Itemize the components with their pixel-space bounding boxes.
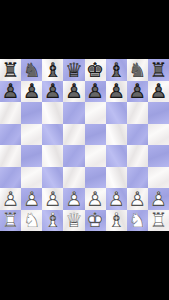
- square-a1[interactable]: ♜♖: [0, 210, 21, 232]
- square-e3[interactable]: [85, 167, 106, 189]
- black-pawn-outline-icon: ♙: [148, 81, 169, 103]
- square-e4[interactable]: [85, 145, 106, 167]
- white-knight[interactable]: ♞♘: [127, 210, 148, 232]
- black-bishop-outline-icon: ♗: [106, 59, 127, 81]
- square-e2[interactable]: ♟♙: [85, 188, 106, 210]
- white-pawn-outline-icon: ♙: [42, 188, 63, 210]
- black-pawn[interactable]: ♟♙: [42, 81, 63, 103]
- square-e6[interactable]: [85, 102, 106, 124]
- square-g5[interactable]: [127, 124, 148, 146]
- square-g4[interactable]: [127, 145, 148, 167]
- square-d4[interactable]: [63, 145, 84, 167]
- black-pawn-outline-icon: ♙: [106, 81, 127, 103]
- black-pawn[interactable]: ♟♙: [85, 81, 106, 103]
- black-pawn-outline-icon: ♙: [127, 81, 148, 103]
- white-king-outline-icon: ♔: [85, 210, 106, 232]
- square-g7[interactable]: ♟♙: [127, 81, 148, 103]
- square-f7[interactable]: ♟♙: [106, 81, 127, 103]
- square-b5[interactable]: [21, 124, 42, 146]
- square-a4[interactable]: [0, 145, 21, 167]
- black-pawn-outline-icon: ♙: [21, 81, 42, 103]
- black-queen[interactable]: ♛♕: [63, 59, 84, 81]
- white-pawn-outline-icon: ♙: [21, 188, 42, 210]
- square-f1[interactable]: ♝♗: [106, 210, 127, 232]
- black-pawn[interactable]: ♟♙: [0, 81, 21, 103]
- white-bishop[interactable]: ♝♗: [106, 210, 127, 232]
- chess-app-screen: ♜♖♞♘♝♗♛♕♚♔♝♗♞♘♜♖♟♙♟♙♟♙♟♙♟♙♟♙♟♙♟♙♟♙♟♙♟♙♟♙…: [0, 0, 169, 300]
- square-b8[interactable]: ♞♘: [21, 59, 42, 81]
- white-rook-outline-icon: ♖: [148, 210, 169, 232]
- square-g1[interactable]: ♞♘: [127, 210, 148, 232]
- square-g2[interactable]: ♟♙: [127, 188, 148, 210]
- black-knight-outline-icon: ♘: [21, 59, 42, 81]
- white-rook[interactable]: ♜♖: [0, 210, 21, 232]
- square-h7[interactable]: ♟♙: [148, 81, 169, 103]
- square-d5[interactable]: [63, 124, 84, 146]
- black-rook[interactable]: ♜♖: [148, 59, 169, 81]
- black-pawn-outline-icon: ♙: [63, 81, 84, 103]
- square-b2[interactable]: ♟♙: [21, 188, 42, 210]
- square-b1[interactable]: ♞♘: [21, 210, 42, 232]
- black-pawn[interactable]: ♟♙: [106, 81, 127, 103]
- square-a8[interactable]: ♜♖: [0, 59, 21, 81]
- white-bishop-outline-icon: ♗: [106, 210, 127, 232]
- white-pawn-outline-icon: ♙: [106, 188, 127, 210]
- square-d8[interactable]: ♛♕: [63, 59, 84, 81]
- white-pawn-outline-icon: ♙: [148, 188, 169, 210]
- square-b6[interactable]: [21, 102, 42, 124]
- black-rook[interactable]: ♜♖: [0, 59, 21, 81]
- square-b7[interactable]: ♟♙: [21, 81, 42, 103]
- white-pawn-outline-icon: ♙: [85, 188, 106, 210]
- square-c5[interactable]: [42, 124, 63, 146]
- black-bishop-outline-icon: ♗: [42, 59, 63, 81]
- white-pawn[interactable]: ♟♙: [148, 188, 169, 210]
- black-bishop[interactable]: ♝♗: [42, 59, 63, 81]
- square-h4[interactable]: [148, 145, 169, 167]
- white-queen-outline-icon: ♕: [63, 210, 84, 232]
- black-pawn[interactable]: ♟♙: [148, 81, 169, 103]
- square-c2[interactable]: ♟♙: [42, 188, 63, 210]
- square-g3[interactable]: [127, 167, 148, 189]
- white-rook[interactable]: ♜♖: [148, 210, 169, 232]
- square-c7[interactable]: ♟♙: [42, 81, 63, 103]
- square-d1[interactable]: ♛♕: [63, 210, 84, 232]
- white-pawn[interactable]: ♟♙: [127, 188, 148, 210]
- square-d3[interactable]: [63, 167, 84, 189]
- black-pawn[interactable]: ♟♙: [21, 81, 42, 103]
- square-h1[interactable]: ♜♖: [148, 210, 169, 232]
- white-pawn[interactable]: ♟♙: [21, 188, 42, 210]
- square-d7[interactable]: ♟♙: [63, 81, 84, 103]
- square-a7[interactable]: ♟♙: [0, 81, 21, 103]
- white-rook-outline-icon: ♖: [0, 210, 21, 232]
- square-c6[interactable]: [42, 102, 63, 124]
- white-knight-outline-icon: ♘: [21, 210, 42, 232]
- square-c1[interactable]: ♝♗: [42, 210, 63, 232]
- white-knight-outline-icon: ♘: [127, 210, 148, 232]
- square-a5[interactable]: [0, 124, 21, 146]
- white-pawn[interactable]: ♟♙: [106, 188, 127, 210]
- white-queen[interactable]: ♛♕: [63, 210, 84, 232]
- square-g6[interactable]: [127, 102, 148, 124]
- black-queen-outline-icon: ♕: [63, 59, 84, 81]
- square-f6[interactable]: [106, 102, 127, 124]
- square-h2[interactable]: ♟♙: [148, 188, 169, 210]
- square-d6[interactable]: [63, 102, 84, 124]
- white-pawn[interactable]: ♟♙: [0, 188, 21, 210]
- square-b3[interactable]: [21, 167, 42, 189]
- square-f4[interactable]: [106, 145, 127, 167]
- square-h8[interactable]: ♜♖: [148, 59, 169, 81]
- white-bishop-outline-icon: ♗: [42, 210, 63, 232]
- white-pawn[interactable]: ♟♙: [85, 188, 106, 210]
- square-f2[interactable]: ♟♙: [106, 188, 127, 210]
- black-king[interactable]: ♚♔: [85, 59, 106, 81]
- square-h3[interactable]: [148, 167, 169, 189]
- white-pawn[interactable]: ♟♙: [42, 188, 63, 210]
- square-e8[interactable]: ♚♔: [85, 59, 106, 81]
- square-f3[interactable]: [106, 167, 127, 189]
- square-a3[interactable]: [0, 167, 21, 189]
- white-pawn[interactable]: ♟♙: [63, 188, 84, 210]
- black-king-outline-icon: ♔: [85, 59, 106, 81]
- square-e1[interactable]: ♚♔: [85, 210, 106, 232]
- white-pawn-outline-icon: ♙: [63, 188, 84, 210]
- black-pawn[interactable]: ♟♙: [63, 81, 84, 103]
- black-pawn-outline-icon: ♙: [85, 81, 106, 103]
- square-b4[interactable]: [21, 145, 42, 167]
- white-pawn-outline-icon: ♙: [0, 188, 21, 210]
- square-d2[interactable]: ♟♙: [63, 188, 84, 210]
- square-c4[interactable]: [42, 145, 63, 167]
- square-c8[interactable]: ♝♗: [42, 59, 63, 81]
- square-h5[interactable]: [148, 124, 169, 146]
- black-rook-outline-icon: ♖: [148, 59, 169, 81]
- square-f8[interactable]: ♝♗: [106, 59, 127, 81]
- white-bishop[interactable]: ♝♗: [42, 210, 63, 232]
- black-pawn-outline-icon: ♙: [42, 81, 63, 103]
- black-knight[interactable]: ♞♘: [127, 59, 148, 81]
- white-king[interactable]: ♚♔: [85, 210, 106, 232]
- white-knight[interactable]: ♞♘: [21, 210, 42, 232]
- square-e5[interactable]: [85, 124, 106, 146]
- square-f5[interactable]: [106, 124, 127, 146]
- black-rook-outline-icon: ♖: [0, 59, 21, 81]
- white-pawn-outline-icon: ♙: [127, 188, 148, 210]
- square-g8[interactable]: ♞♘: [127, 59, 148, 81]
- black-pawn-outline-icon: ♙: [0, 81, 21, 103]
- black-knight-outline-icon: ♘: [127, 59, 148, 81]
- chess-board: ♜♖♞♘♝♗♛♕♚♔♝♗♞♘♜♖♟♙♟♙♟♙♟♙♟♙♟♙♟♙♟♙♟♙♟♙♟♙♟♙…: [0, 59, 169, 231]
- black-bishop[interactable]: ♝♗: [106, 59, 127, 81]
- square-e7[interactable]: ♟♙: [85, 81, 106, 103]
- square-a6[interactable]: [0, 102, 21, 124]
- black-knight[interactable]: ♞♘: [21, 59, 42, 81]
- square-c3[interactable]: [42, 167, 63, 189]
- square-h6[interactable]: [148, 102, 169, 124]
- black-pawn[interactable]: ♟♙: [127, 81, 148, 103]
- square-a2[interactable]: ♟♙: [0, 188, 21, 210]
